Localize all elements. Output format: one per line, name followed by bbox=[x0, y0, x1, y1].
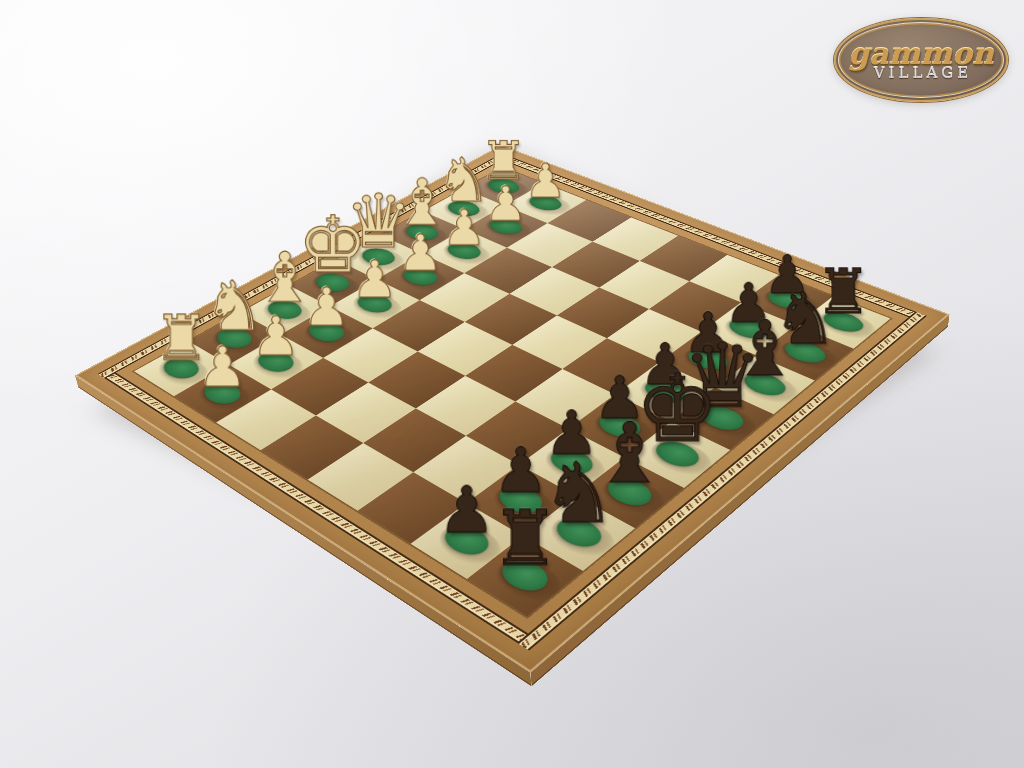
white-pawn-h2[interactable]: ♟ bbox=[173, 294, 272, 393]
black-rook-h8[interactable]: ♜ bbox=[466, 457, 584, 575]
gammonvillage-logo: gammon VILLAGE bbox=[834, 18, 1008, 102]
photo-scene: ♜♟♟♜♞♟♟♞♝♟♟♝♛♟♟♛♚♟♟♚♝♟♟♝♞♟♟♞♜♟♟♜ gammon … bbox=[0, 0, 1024, 768]
square-h8[interactable]: ♜ bbox=[467, 536, 583, 617]
chess-board: ♜♟♟♜♞♟♟♞♝♟♟♝♛♟♟♛♚♟♟♚♝♟♟♝♞♟♟♞♜♟♟♜ bbox=[75, 145, 950, 673]
perspective-wrapper: ♜♟♟♜♞♟♟♞♝♟♟♝♛♟♟♛♚♟♟♚♝♟♟♝♞♟♟♞♜♟♟♜ bbox=[0, 0, 1024, 768]
board-field: ♜♟♟♜♞♟♟♞♝♟♟♝♛♟♟♛♚♟♟♚♝♟♟♝♞♟♟♞♜♟♟♜ bbox=[134, 167, 890, 616]
logo-text-village: VILLAGE bbox=[870, 64, 972, 82]
camera-tilt-wrapper: ♜♟♟♜♞♟♟♞♝♟♟♝♛♟♟♛♚♟♟♚♝♟♟♝♞♟♟♞♜♟♟♜ bbox=[0, 0, 1024, 768]
